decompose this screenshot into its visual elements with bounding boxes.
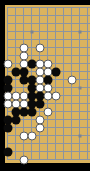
grid-horizontal-line <box>7 7 90 8</box>
grid-horizontal-line <box>7 151 90 152</box>
grid-horizontal-line <box>7 143 90 144</box>
grid-horizontal-line <box>7 127 90 128</box>
star-point <box>78 134 81 137</box>
grid-horizontal-line <box>7 39 90 40</box>
go-app-screenshot <box>0 0 90 171</box>
black-stone[interactable] <box>11 115 20 124</box>
white-stone[interactable] <box>19 155 28 164</box>
white-stone[interactable] <box>35 123 44 132</box>
white-stone[interactable] <box>27 131 36 140</box>
go-board[interactable] <box>5 5 90 163</box>
white-stone[interactable] <box>35 43 44 52</box>
grid-vertical-line <box>15 7 16 160</box>
white-stone[interactable] <box>3 59 12 68</box>
white-stone[interactable] <box>67 75 76 84</box>
grid-vertical-line <box>55 7 56 160</box>
star-point <box>78 86 81 89</box>
black-stone[interactable] <box>3 123 12 132</box>
grid-vertical-line <box>87 7 88 160</box>
white-stone[interactable] <box>43 107 52 116</box>
grid-horizontal-line <box>7 15 90 16</box>
grid-vertical-line <box>63 7 64 160</box>
white-stone[interactable] <box>51 91 60 100</box>
black-stone[interactable] <box>35 99 44 108</box>
black-stone[interactable] <box>3 147 12 156</box>
star-point <box>78 30 81 33</box>
star-point <box>30 30 33 33</box>
black-stone[interactable] <box>27 107 36 116</box>
black-stone[interactable] <box>51 67 60 76</box>
grid-horizontal-line <box>7 23 90 24</box>
